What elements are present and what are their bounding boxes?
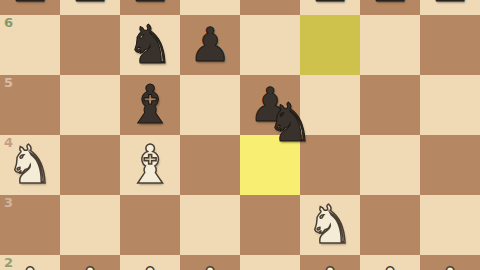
black-pawn-c7[interactable]: ♟ [120, 0, 180, 15]
white-bishop-c4[interactable]: ♝ [120, 135, 180, 195]
square-b6[interactable] [60, 15, 120, 75]
white-pawn-b2[interactable]: ♟ [60, 255, 120, 270]
black-knight-moving-f6-e4[interactable]: ♞ [260, 93, 320, 153]
white-knight-f3[interactable]: ♞ [300, 195, 360, 255]
rank-label-3: 3 [4, 196, 13, 210]
square-g5[interactable] [360, 75, 420, 135]
square-h6[interactable] [420, 15, 480, 75]
chess-board: 65432♟♟♟♟♟♟♞♟♝♟♞♝♞♟♟♟♟♟♟♟♞ [0, 0, 480, 270]
black-pawn-a7[interactable]: ♟ [0, 0, 60, 15]
black-pawn-d6[interactable]: ♟ [180, 15, 240, 75]
square-d7[interactable] [180, 0, 240, 15]
square-b5[interactable] [60, 75, 120, 135]
square-a6[interactable]: 6 [0, 15, 60, 75]
square-e6[interactable] [240, 15, 300, 75]
black-pawn-h7[interactable]: ♟ [420, 0, 480, 15]
chess-board-viewport: 65432♟♟♟♟♟♟♞♟♝♟♞♝♞♟♟♟♟♟♟♟♞ [0, 0, 480, 270]
square-a5[interactable]: 5 [0, 75, 60, 135]
square-g6[interactable] [360, 15, 420, 75]
square-e2[interactable] [240, 255, 300, 270]
white-pawn-a2[interactable]: ♟ [0, 255, 60, 270]
black-pawn-g7[interactable]: ♟ [360, 0, 420, 15]
square-f6[interactable] [300, 15, 360, 75]
white-pawn-f2[interactable]: ♟ [300, 255, 360, 270]
square-d4[interactable] [180, 135, 240, 195]
black-pawn-b7[interactable]: ♟ [60, 0, 120, 15]
square-h5[interactable] [420, 75, 480, 135]
square-g3[interactable] [360, 195, 420, 255]
square-d3[interactable] [180, 195, 240, 255]
black-knight-c6[interactable]: ♞ [120, 15, 180, 75]
white-pawn-d2[interactable]: ♟ [180, 255, 240, 270]
rank-label-5: 5 [4, 76, 13, 90]
square-g4[interactable] [360, 135, 420, 195]
white-knight-a4[interactable]: ♞ [0, 135, 60, 195]
black-bishop-c5[interactable]: ♝ [120, 75, 180, 135]
square-e3[interactable] [240, 195, 300, 255]
square-a3[interactable]: 3 [0, 195, 60, 255]
square-b3[interactable] [60, 195, 120, 255]
black-pawn-f7[interactable]: ♟ [300, 0, 360, 15]
white-pawn-g2[interactable]: ♟ [360, 255, 420, 270]
white-pawn-h2[interactable]: ♟ [420, 255, 480, 270]
square-h4[interactable] [420, 135, 480, 195]
square-b4[interactable] [60, 135, 120, 195]
square-h3[interactable] [420, 195, 480, 255]
square-d5[interactable] [180, 75, 240, 135]
square-c3[interactable] [120, 195, 180, 255]
white-pawn-c2[interactable]: ♟ [120, 255, 180, 270]
rank-label-6: 6 [4, 16, 13, 30]
square-e7[interactable] [240, 0, 300, 15]
